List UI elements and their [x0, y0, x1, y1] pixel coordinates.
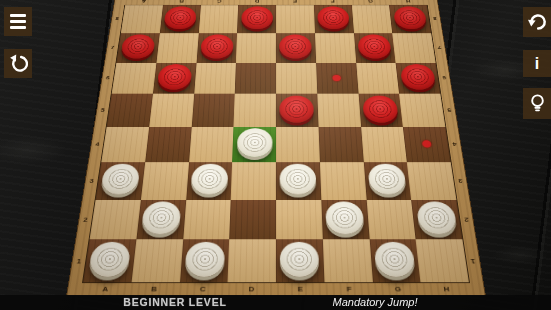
square-g5[interactable]: [358, 94, 403, 127]
square-c1[interactable]: [180, 239, 230, 282]
square-d4[interactable]: [232, 127, 276, 162]
info-button[interactable]: i: [523, 50, 551, 77]
square-a4[interactable]: [101, 127, 149, 162]
square-d5[interactable]: [234, 94, 276, 127]
status-bar: BEGINNER LEVEL Mandatory Jump!: [0, 295, 551, 310]
square-f8[interactable]: [314, 5, 354, 33]
info-icon: i: [535, 56, 539, 72]
square-a3[interactable]: [96, 162, 145, 199]
file-label-top-A: A: [124, 0, 163, 4]
square-g4[interactable]: [361, 127, 407, 162]
square-g2[interactable]: [366, 200, 416, 240]
white-piece-e3[interactable]: [280, 164, 317, 195]
menu-button[interactable]: [4, 7, 32, 36]
red-piece-b8[interactable]: [164, 7, 198, 30]
square-b4[interactable]: [145, 127, 191, 162]
restart-button[interactable]: [4, 49, 32, 78]
white-piece-c3[interactable]: [190, 164, 228, 195]
square-a6[interactable]: [112, 63, 157, 94]
file-label-top-D: D: [238, 0, 276, 4]
white-piece-a1[interactable]: [88, 242, 131, 277]
square-e8[interactable]: [276, 5, 315, 33]
red-piece-d8[interactable]: [241, 7, 273, 30]
file-labels-bottom: ABCDEFGH: [80, 284, 472, 295]
square-h8[interactable]: [389, 5, 431, 33]
file-label-bottom-D: D: [227, 284, 276, 295]
file-label-bottom-H: H: [422, 284, 472, 295]
white-piece-g3[interactable]: [367, 164, 406, 195]
file-label-top-H: H: [389, 0, 428, 4]
checkers-app: ABCDEFGH ABCDEFGH 87654321 87654321 i BE…: [0, 0, 551, 310]
board-grid: [82, 5, 470, 283]
square-h3[interactable]: [407, 162, 456, 199]
square-d3[interactable]: [231, 162, 276, 199]
red-piece-h6[interactable]: [399, 64, 436, 90]
square-g8[interactable]: [351, 5, 392, 33]
square-f3[interactable]: [320, 162, 367, 199]
hamburger-menu-icon: [10, 14, 26, 29]
square-f6[interactable]: [316, 63, 358, 94]
white-piece-a3[interactable]: [100, 164, 140, 195]
game-message-label: Mandatory Jump!: [295, 296, 455, 308]
square-b1[interactable]: [131, 239, 182, 282]
red-piece-g7[interactable]: [357, 35, 392, 59]
square-c7[interactable]: [196, 33, 237, 62]
red-piece-f8[interactable]: [317, 7, 350, 30]
square-h2[interactable]: [411, 200, 462, 240]
file-label-top-E: E: [276, 0, 314, 4]
file-label-bottom-G: G: [373, 284, 423, 295]
square-f5[interactable]: [317, 94, 361, 127]
square-h7[interactable]: [392, 33, 435, 62]
square-f2[interactable]: [321, 200, 369, 240]
square-e3[interactable]: [276, 162, 321, 199]
square-d8[interactable]: [237, 5, 276, 33]
square-c3[interactable]: [186, 162, 233, 199]
white-piece-c1[interactable]: [184, 242, 225, 277]
red-piece-g5[interactable]: [362, 95, 399, 122]
square-c6[interactable]: [194, 63, 236, 94]
square-a8[interactable]: [121, 5, 163, 33]
square-c5[interactable]: [191, 94, 235, 127]
square-b3[interactable]: [141, 162, 189, 199]
square-b6[interactable]: [153, 63, 196, 94]
square-e6[interactable]: [276, 63, 317, 94]
square-b5[interactable]: [149, 94, 194, 127]
square-e1[interactable]: [276, 239, 324, 282]
square-g3[interactable]: [363, 162, 411, 199]
square-f7[interactable]: [315, 33, 356, 62]
undo-button[interactable]: [523, 7, 551, 37]
file-labels-top: ABCDEFGH: [124, 0, 427, 4]
red-piece-h8[interactable]: [393, 7, 427, 30]
square-e5[interactable]: [276, 94, 318, 127]
white-piece-g1[interactable]: [374, 242, 416, 277]
file-label-top-C: C: [200, 0, 238, 4]
square-d7[interactable]: [236, 33, 276, 62]
hint-button[interactable]: [523, 88, 551, 119]
square-d2[interactable]: [229, 200, 276, 240]
red-piece-b6[interactable]: [157, 64, 193, 90]
square-d6[interactable]: [235, 63, 276, 94]
red-piece-e5[interactable]: [280, 95, 315, 122]
red-piece-a7[interactable]: [121, 35, 156, 59]
square-e4[interactable]: [276, 127, 320, 162]
file-label-bottom-C: C: [178, 284, 227, 295]
square-h5[interactable]: [399, 94, 445, 127]
file-label-bottom-A: A: [80, 284, 130, 295]
jump-target-dot-h4: [422, 141, 432, 148]
undo-icon: [527, 12, 547, 32]
square-h6[interactable]: [396, 63, 441, 94]
square-f1[interactable]: [323, 239, 373, 282]
white-piece-b2[interactable]: [141, 201, 182, 234]
white-piece-d4[interactable]: [236, 129, 272, 158]
square-c2[interactable]: [183, 200, 231, 240]
difficulty-level-label: BEGINNER LEVEL: [95, 296, 255, 308]
red-piece-e7[interactable]: [279, 35, 312, 59]
square-a2[interactable]: [90, 200, 141, 240]
square-c8[interactable]: [198, 5, 238, 33]
square-g1[interactable]: [369, 239, 420, 282]
square-f4[interactable]: [318, 127, 363, 162]
file-label-top-F: F: [314, 0, 352, 4]
file-label-bottom-B: B: [129, 284, 179, 295]
square-b7[interactable]: [156, 33, 198, 62]
file-label-top-B: B: [162, 0, 200, 4]
file-label-bottom-F: F: [325, 284, 374, 295]
square-d1[interactable]: [228, 239, 276, 282]
file-label-top-G: G: [351, 0, 389, 4]
square-h1[interactable]: [416, 239, 469, 282]
white-piece-f2[interactable]: [325, 201, 364, 234]
square-a5[interactable]: [107, 94, 153, 127]
square-g6[interactable]: [356, 63, 399, 94]
square-h4[interactable]: [403, 127, 451, 162]
square-g7[interactable]: [354, 33, 396, 62]
red-piece-c7[interactable]: [200, 35, 234, 59]
square-e2[interactable]: [276, 200, 323, 240]
file-label-bottom-E: E: [276, 284, 325, 295]
square-b8[interactable]: [160, 5, 201, 33]
white-piece-h2[interactable]: [416, 201, 458, 234]
square-a7[interactable]: [116, 33, 159, 62]
jump-target-dot-f6: [332, 75, 341, 81]
white-piece-e1[interactable]: [280, 242, 320, 277]
square-b2[interactable]: [136, 200, 186, 240]
square-a1[interactable]: [83, 239, 136, 282]
hint-lightbulb-icon: [528, 93, 547, 114]
square-e7[interactable]: [276, 33, 316, 62]
square-c4[interactable]: [189, 127, 234, 162]
restart-icon: [9, 54, 28, 73]
checkers-board: ABCDEFGH ABCDEFGH 87654321 87654321: [66, 0, 486, 296]
